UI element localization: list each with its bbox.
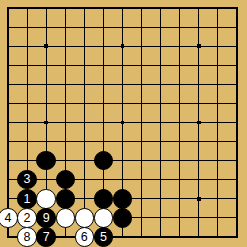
white-stone-move-8: 8 (17, 227, 36, 246)
star-point (44, 44, 47, 47)
black-stone-move-5: 5 (94, 227, 113, 246)
stone-move-number: 4 (5, 212, 12, 225)
go-board-diagram: 314298765 (0, 0, 247, 247)
star-point (44, 121, 47, 124)
stone-move-number: 1 (24, 193, 31, 206)
black-stone (94, 189, 113, 208)
stone-move-number: 8 (24, 231, 31, 244)
grid-line-horizontal (7, 179, 238, 180)
stone-move-number: 2 (24, 212, 31, 225)
black-stone-move-3: 3 (17, 170, 36, 189)
black-stone-move-7: 7 (36, 227, 55, 246)
white-stone-move-2: 2 (17, 208, 36, 227)
black-stone (36, 151, 55, 170)
star-point (197, 197, 200, 200)
white-stone (36, 189, 55, 208)
grid-line-vertical (179, 7, 180, 238)
black-stone (113, 189, 132, 208)
grid-line-vertical (141, 7, 142, 238)
stone-move-number: 5 (100, 231, 107, 244)
black-stone (94, 151, 113, 170)
stone-move-number: 7 (43, 231, 50, 244)
stone-move-number: 6 (81, 231, 88, 244)
black-stone (56, 189, 75, 208)
grid-line-vertical (217, 7, 218, 238)
star-point (197, 121, 200, 124)
star-point (197, 44, 200, 47)
grid-line-horizontal (7, 141, 238, 142)
star-point (121, 44, 124, 47)
white-stone-move-4: 4 (0, 208, 18, 227)
grid-line-vertical (160, 7, 161, 238)
grid-line-vertical (236, 7, 238, 238)
stone-move-number: 9 (43, 212, 50, 225)
white-stone (75, 208, 94, 227)
black-stone (56, 170, 75, 189)
black-stone (113, 208, 132, 227)
star-point (121, 121, 124, 124)
white-stone (56, 208, 75, 227)
black-stone-move-9: 9 (36, 208, 55, 227)
stone-move-number: 3 (24, 173, 31, 186)
black-stone-move-1: 1 (17, 189, 36, 208)
white-stone (94, 208, 113, 227)
white-stone-move-6: 6 (75, 227, 94, 246)
